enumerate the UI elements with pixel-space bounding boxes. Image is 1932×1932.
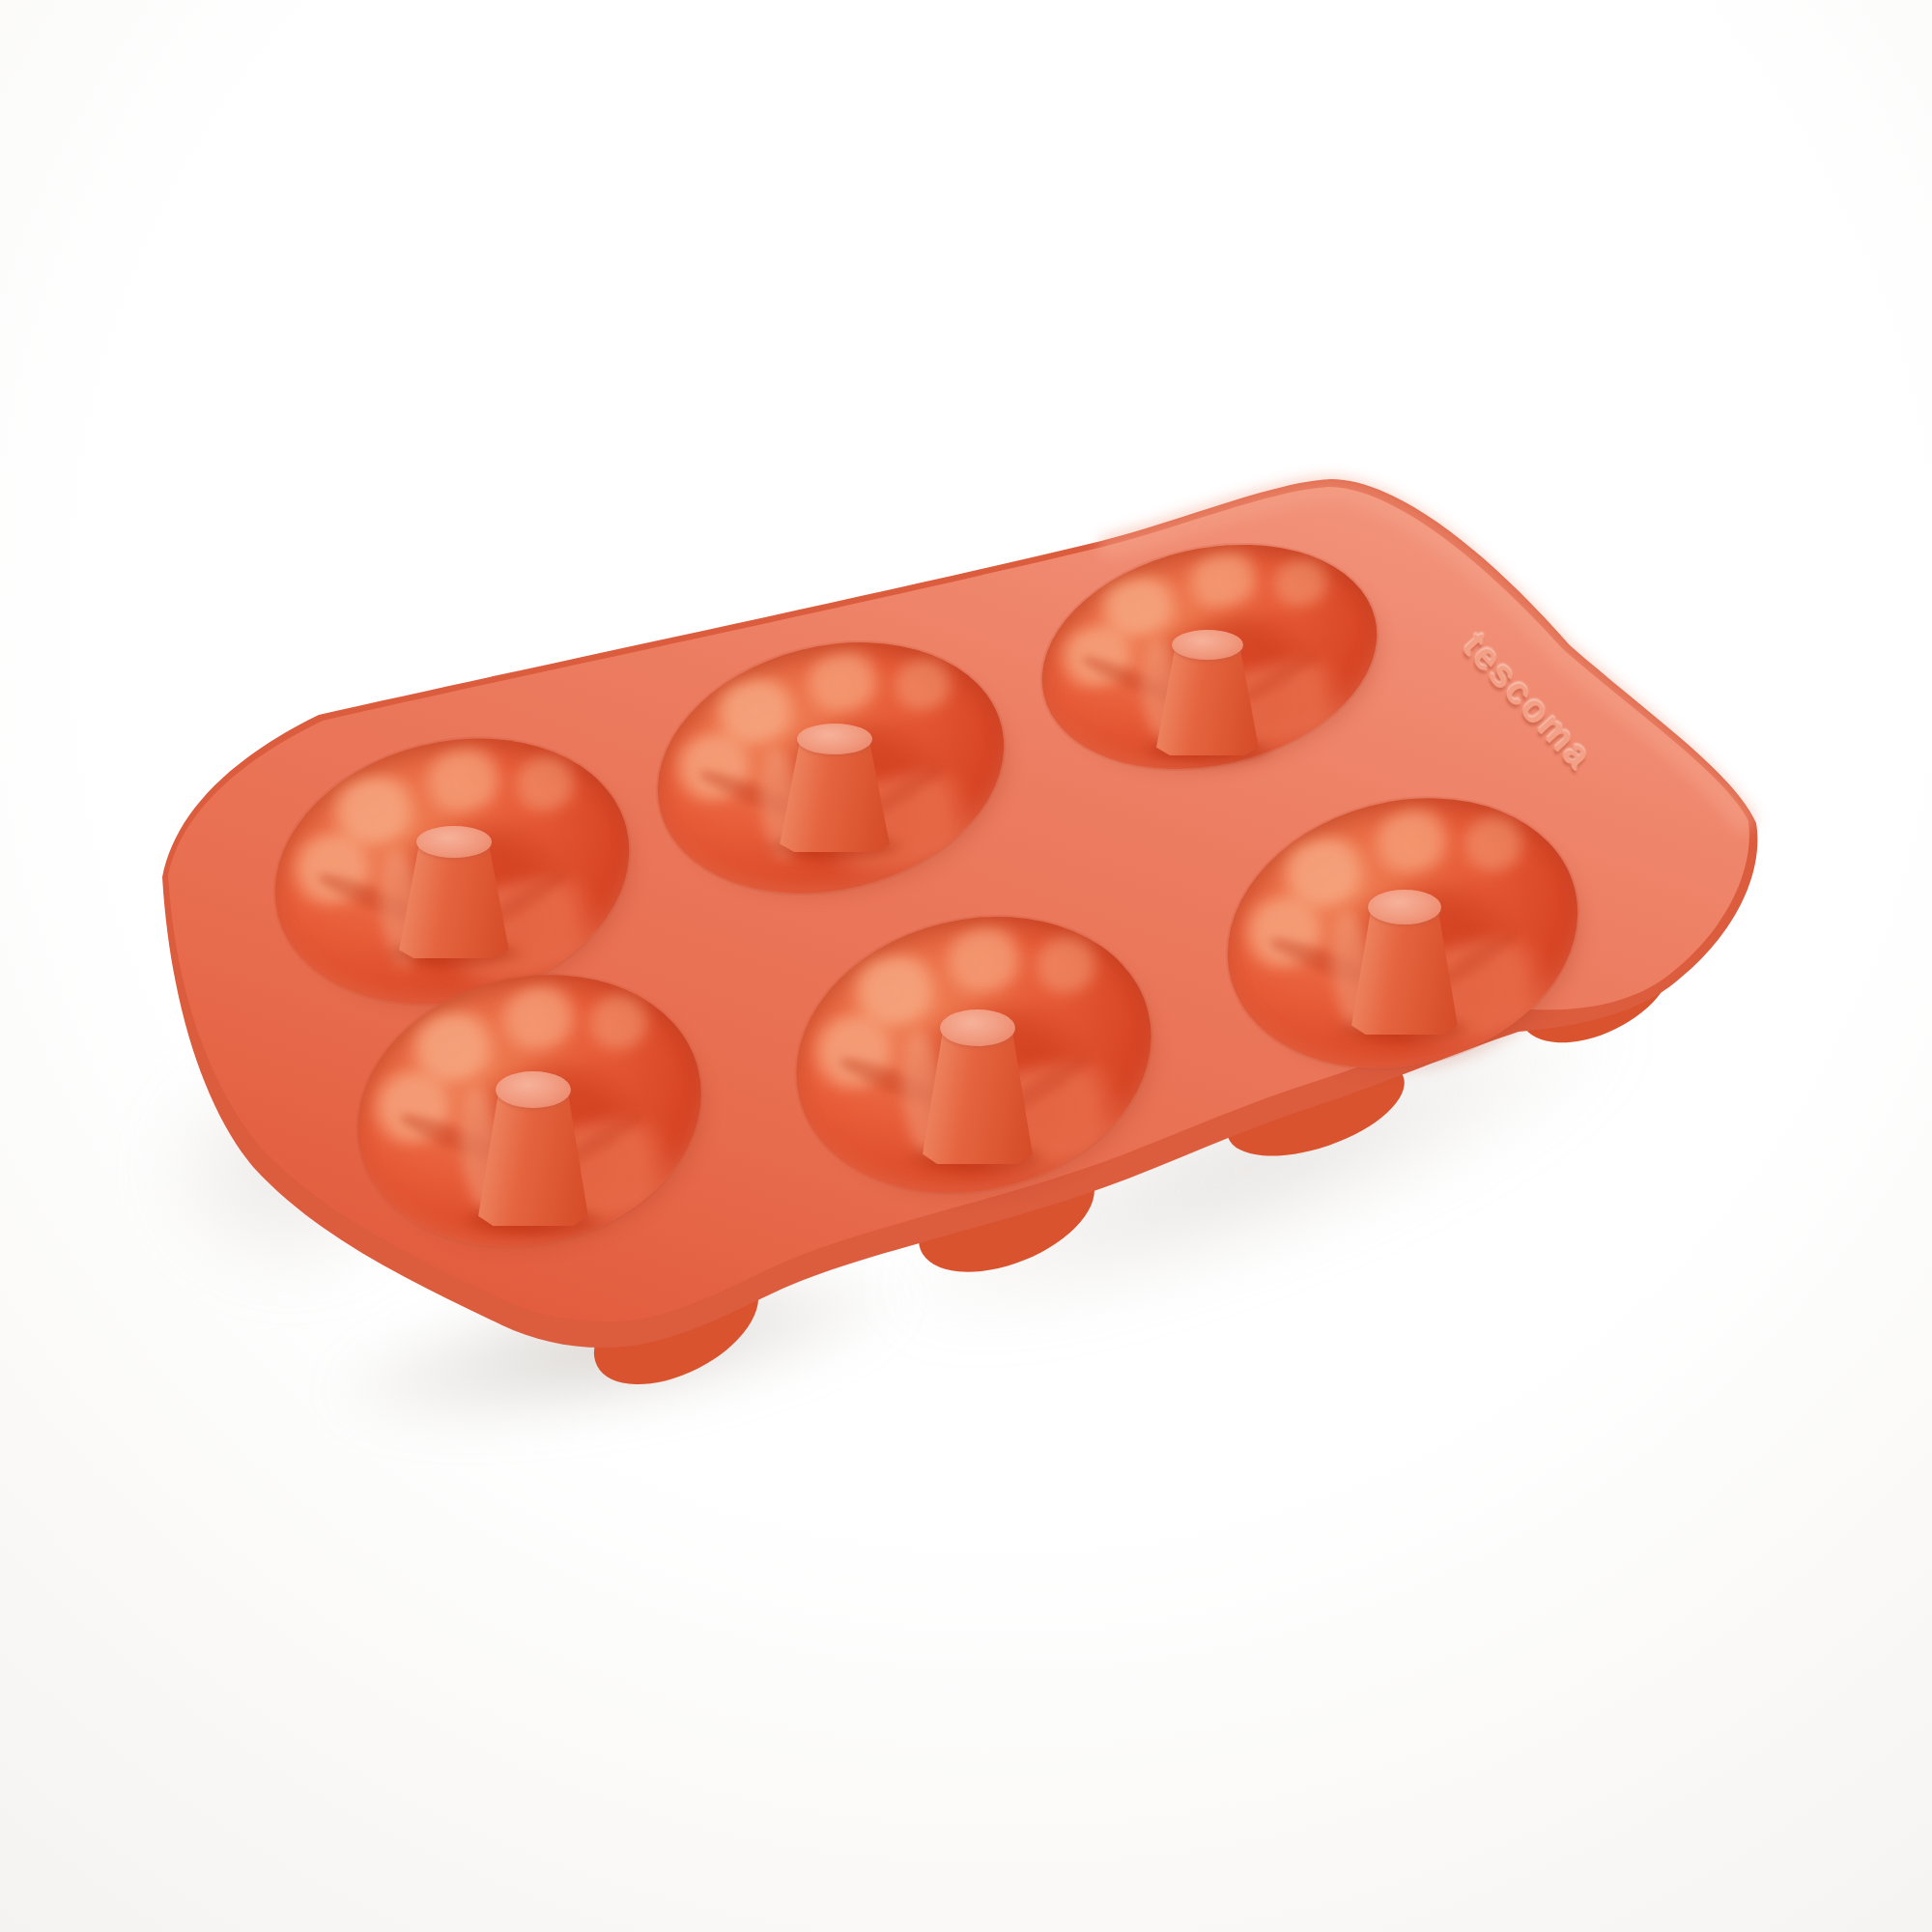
flute-highlight (1259, 551, 1343, 613)
mold-cavity (655, 646, 1007, 890)
cone-top-face (416, 826, 493, 858)
flute-highlight (574, 985, 663, 1061)
cone-top-face (797, 724, 873, 754)
flute-highlight (1020, 926, 1111, 1004)
center-cone (398, 826, 510, 958)
center-cone (779, 724, 891, 852)
mold-cavity (272, 742, 632, 1001)
center-cone (1350, 890, 1459, 1035)
cone-top-face (1172, 630, 1242, 660)
product-photo: tescoma (0, 0, 1932, 1932)
flute-highlight (878, 649, 966, 720)
flute-highlight (499, 747, 590, 821)
flute-highlight (1447, 806, 1538, 882)
mold-cavity (1225, 802, 1580, 1065)
center-cone (922, 1009, 1034, 1164)
center-cone (477, 1071, 589, 1226)
mold-cavity (355, 978, 703, 1244)
mold-cavity (794, 920, 1153, 1190)
mold-cavity (1039, 549, 1379, 765)
cone-top-face (1368, 890, 1441, 924)
center-cone (1155, 630, 1260, 755)
